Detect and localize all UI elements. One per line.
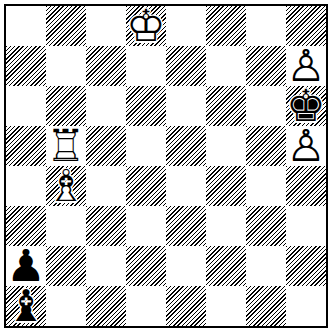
square-d8[interactable]: ♚♔ <box>126 6 166 46</box>
square-g2[interactable] <box>246 246 286 286</box>
piece-undercoat: ♚ <box>286 86 326 126</box>
square-b3[interactable] <box>46 206 86 246</box>
piece-bB-a1: ♝♝ <box>6 286 46 326</box>
piece-wP-h5: ♟♙ <box>286 126 326 166</box>
square-f5[interactable] <box>206 126 246 166</box>
square-h8[interactable] <box>286 6 326 46</box>
square-d5[interactable] <box>126 126 166 166</box>
piece-glyph: ♖ <box>46 126 86 166</box>
square-c6[interactable] <box>86 86 126 126</box>
square-c8[interactable] <box>86 6 126 46</box>
piece-undercoat: ♝ <box>6 286 46 326</box>
square-g8[interactable] <box>246 6 286 46</box>
square-b4[interactable]: ♝♗ <box>46 166 86 206</box>
piece-bK-h6: ♚♚ <box>286 86 326 126</box>
square-e6[interactable] <box>166 86 206 126</box>
square-e1[interactable] <box>166 286 206 326</box>
square-d7[interactable] <box>126 46 166 86</box>
square-c5[interactable] <box>86 126 126 166</box>
piece-glyph: ♟ <box>6 246 46 286</box>
square-a1[interactable]: ♝♝ <box>6 286 46 326</box>
square-e8[interactable] <box>166 6 206 46</box>
square-d3[interactable] <box>126 206 166 246</box>
square-h4[interactable] <box>286 166 326 206</box>
square-f1[interactable] <box>206 286 246 326</box>
square-d2[interactable] <box>126 246 166 286</box>
square-d1[interactable] <box>126 286 166 326</box>
square-f3[interactable] <box>206 206 246 246</box>
square-b2[interactable] <box>46 246 86 286</box>
square-d6[interactable] <box>126 86 166 126</box>
board-frame: ♚♔♟♙♚♚♜♖♟♙♝♗♟♟♝♝ <box>4 4 328 328</box>
square-h2[interactable] <box>286 246 326 286</box>
piece-glyph: ♗ <box>46 166 86 206</box>
square-e5[interactable] <box>166 126 206 166</box>
square-g6[interactable] <box>246 86 286 126</box>
square-e7[interactable] <box>166 46 206 86</box>
piece-undercoat: ♟ <box>286 126 326 166</box>
square-e2[interactable] <box>166 246 206 286</box>
piece-wR-b5: ♜♖ <box>46 126 86 166</box>
square-a5[interactable] <box>6 126 46 166</box>
square-a6[interactable] <box>6 86 46 126</box>
square-e4[interactable] <box>166 166 206 206</box>
square-a3[interactable] <box>6 206 46 246</box>
square-d4[interactable] <box>126 166 166 206</box>
square-b5[interactable]: ♜♖ <box>46 126 86 166</box>
square-f7[interactable] <box>206 46 246 86</box>
chess-diagram: ♚♔♟♙♚♚♜♖♟♙♝♗♟♟♝♝ <box>0 0 332 332</box>
chess-board: ♚♔♟♙♚♚♜♖♟♙♝♗♟♟♝♝ <box>6 6 326 326</box>
square-f4[interactable] <box>206 166 246 206</box>
square-b1[interactable] <box>46 286 86 326</box>
square-c7[interactable] <box>86 46 126 86</box>
square-f8[interactable] <box>206 6 246 46</box>
piece-undercoat: ♟ <box>6 246 46 286</box>
square-c2[interactable] <box>86 246 126 286</box>
square-b7[interactable] <box>46 46 86 86</box>
square-h5[interactable]: ♟♙ <box>286 126 326 166</box>
piece-undercoat: ♚ <box>126 6 166 46</box>
square-f6[interactable] <box>206 86 246 126</box>
piece-glyph: ♔ <box>126 6 166 46</box>
square-g4[interactable] <box>246 166 286 206</box>
square-h3[interactable] <box>286 206 326 246</box>
square-h6[interactable]: ♚♚ <box>286 86 326 126</box>
square-a8[interactable] <box>6 6 46 46</box>
piece-undercoat: ♜ <box>46 126 86 166</box>
square-g7[interactable] <box>246 46 286 86</box>
square-b8[interactable] <box>46 6 86 46</box>
square-f2[interactable] <box>206 246 246 286</box>
piece-glyph: ♝ <box>6 286 46 326</box>
square-a4[interactable] <box>6 166 46 206</box>
square-h7[interactable]: ♟♙ <box>286 46 326 86</box>
square-g3[interactable] <box>246 206 286 246</box>
square-g1[interactable] <box>246 286 286 326</box>
square-a7[interactable] <box>6 46 46 86</box>
piece-undercoat: ♝ <box>46 166 86 206</box>
square-c4[interactable] <box>86 166 126 206</box>
piece-glyph: ♚ <box>286 86 326 126</box>
piece-wB-b4: ♝♗ <box>46 166 86 206</box>
square-c1[interactable] <box>86 286 126 326</box>
piece-undercoat: ♟ <box>286 46 326 86</box>
piece-wP-h7: ♟♙ <box>286 46 326 86</box>
square-c3[interactable] <box>86 206 126 246</box>
piece-glyph: ♙ <box>286 46 326 86</box>
square-h1[interactable] <box>286 286 326 326</box>
piece-glyph: ♙ <box>286 126 326 166</box>
square-b6[interactable] <box>46 86 86 126</box>
square-e3[interactable] <box>166 206 206 246</box>
square-a2[interactable]: ♟♟ <box>6 246 46 286</box>
piece-wK-d8: ♚♔ <box>126 6 166 46</box>
square-g5[interactable] <box>246 126 286 166</box>
piece-bP-a2: ♟♟ <box>6 246 46 286</box>
